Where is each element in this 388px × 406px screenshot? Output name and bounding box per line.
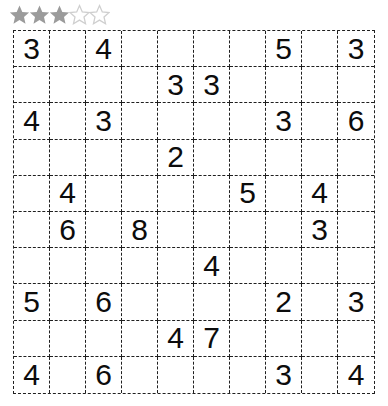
cell-r6c3[interactable] [86,212,122,248]
cell-r4c5[interactable]: 2 [158,140,194,176]
cell-r10c9[interactable] [302,357,338,393]
filled-star-icon [49,4,70,25]
cell-r6c1[interactable] [14,212,50,248]
cell-r2c10[interactable] [338,67,374,103]
cell-r1c3[interactable]: 4 [86,31,122,67]
cell-r4c2[interactable] [50,140,86,176]
cell-r6c8[interactable] [266,212,302,248]
cell-r2c1[interactable] [14,67,50,103]
cell-r3c3[interactable]: 3 [86,103,122,139]
cell-r10c5[interactable] [158,357,194,393]
cell-r10c10[interactable]: 4 [338,357,374,393]
cell-r10c6[interactable] [194,357,230,393]
cell-r9c9[interactable] [302,321,338,357]
empty-star-icon [89,4,110,25]
cell-r1c1[interactable]: 3 [14,31,50,67]
cell-r8c2[interactable] [50,284,86,320]
cell-r2c5[interactable]: 3 [158,67,194,103]
cell-r5c3[interactable] [86,176,122,212]
cell-r9c5[interactable]: 4 [158,321,194,357]
cell-r3c1[interactable]: 4 [14,103,50,139]
cell-r10c4[interactable] [122,357,158,393]
cell-r7c9[interactable] [302,248,338,284]
cell-r6c4[interactable]: 8 [122,212,158,248]
cell-r4c1[interactable] [14,140,50,176]
cell-r8c4[interactable] [122,284,158,320]
cell-r8c3[interactable]: 6 [86,284,122,320]
cell-r5c4[interactable] [122,176,158,212]
cell-r3c2[interactable] [50,103,86,139]
cell-r2c7[interactable] [230,67,266,103]
cell-r5c9[interactable]: 4 [302,176,338,212]
cell-r5c10[interactable] [338,176,374,212]
cell-r6c5[interactable] [158,212,194,248]
cell-r9c6[interactable]: 7 [194,321,230,357]
cell-r1c8[interactable]: 5 [266,31,302,67]
filled-star-icon [9,4,30,25]
cell-r9c8[interactable] [266,321,302,357]
cell-r3c4[interactable] [122,103,158,139]
cell-r1c7[interactable] [230,31,266,67]
cell-r5c2[interactable]: 4 [50,176,86,212]
cell-r8c10[interactable]: 3 [338,284,374,320]
cell-r9c10[interactable] [338,321,374,357]
cell-r8c1[interactable]: 5 [14,284,50,320]
cell-r9c4[interactable] [122,321,158,357]
difficulty-rating [9,4,109,25]
cell-r3c5[interactable] [158,103,194,139]
cell-r3c6[interactable] [194,103,230,139]
cell-r3c9[interactable] [302,103,338,139]
cell-r7c5[interactable] [158,248,194,284]
cell-r7c10[interactable] [338,248,374,284]
cell-r3c7[interactable] [230,103,266,139]
cell-r2c3[interactable] [86,67,122,103]
puzzle-grid: 3453334336245468345623474634 [13,30,375,394]
cell-r5c6[interactable] [194,176,230,212]
cell-r7c7[interactable] [230,248,266,284]
cell-r5c8[interactable] [266,176,302,212]
cell-r2c9[interactable] [302,67,338,103]
cell-r6c10[interactable] [338,212,374,248]
cell-r9c7[interactable] [230,321,266,357]
cell-r5c5[interactable] [158,176,194,212]
cell-r2c8[interactable] [266,67,302,103]
cell-r3c8[interactable]: 3 [266,103,302,139]
cell-r4c6[interactable] [194,140,230,176]
cell-r2c6[interactable]: 3 [194,67,230,103]
cell-r7c3[interactable] [86,248,122,284]
cell-r4c8[interactable] [266,140,302,176]
cell-r4c3[interactable] [86,140,122,176]
cell-r2c2[interactable] [50,67,86,103]
puzzle-page: 3453334336245468345623474634 [0,0,388,406]
cell-r1c4[interactable] [122,31,158,67]
cell-r7c6[interactable]: 4 [194,248,230,284]
cell-r6c6[interactable] [194,212,230,248]
cell-r1c10[interactable]: 3 [338,31,374,67]
cell-r8c7[interactable] [230,284,266,320]
cell-r7c4[interactable] [122,248,158,284]
cell-r8c9[interactable] [302,284,338,320]
cell-r9c1[interactable] [14,321,50,357]
cell-r10c8[interactable]: 3 [266,357,302,393]
cell-r7c2[interactable] [50,248,86,284]
cell-r10c7[interactable] [230,357,266,393]
cell-r5c1[interactable] [14,176,50,212]
cell-r8c6[interactable] [194,284,230,320]
cell-r3c10[interactable]: 6 [338,103,374,139]
cell-r4c4[interactable] [122,140,158,176]
cell-r8c5[interactable] [158,284,194,320]
cell-r10c2[interactable] [50,357,86,393]
cell-r2c4[interactable] [122,67,158,103]
cell-r10c3[interactable]: 6 [86,357,122,393]
cell-r1c6[interactable] [194,31,230,67]
filled-star-icon [29,4,50,25]
cell-r10c1[interactable]: 4 [14,357,50,393]
cell-r8c8[interactable]: 2 [266,284,302,320]
cell-r7c8[interactable] [266,248,302,284]
cell-r9c3[interactable] [86,321,122,357]
cell-r6c2[interactable]: 6 [50,212,86,248]
cell-r1c2[interactable] [50,31,86,67]
cell-r4c7[interactable] [230,140,266,176]
cell-r6c7[interactable] [230,212,266,248]
cell-r5c7[interactable]: 5 [230,176,266,212]
cell-r4c9[interactable] [302,140,338,176]
empty-star-icon [69,4,90,25]
cell-r7c1[interactable] [14,248,50,284]
cell-r6c9[interactable]: 3 [302,212,338,248]
cell-r1c5[interactable] [158,31,194,67]
cell-r9c2[interactable] [50,321,86,357]
cell-r4c10[interactable] [338,140,374,176]
cell-r1c9[interactable] [302,31,338,67]
